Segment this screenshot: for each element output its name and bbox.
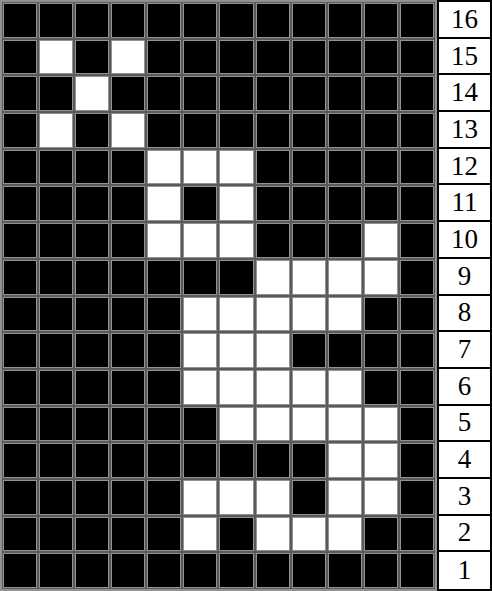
- cell-r4-c11[interactable]: [365, 444, 397, 477]
- cell-r14-c6[interactable]: [184, 77, 216, 110]
- cell-r12-c6[interactable]: [184, 151, 216, 184]
- row-label-7: 7: [439, 332, 490, 369]
- cell-r9-c7[interactable]: [220, 261, 252, 294]
- cell-r16-c1[interactable]: [4, 4, 36, 37]
- cell-r9-c12[interactable]: [401, 261, 433, 294]
- cell-r4-c7[interactable]: [220, 444, 252, 477]
- cell-r11-c6[interactable]: [184, 187, 216, 220]
- cell-r3-c8[interactable]: [257, 481, 289, 514]
- cell-r3-c5[interactable]: [148, 481, 180, 514]
- cell-r4-c9[interactable]: [293, 444, 325, 477]
- cell-r11-c12[interactable]: [401, 187, 433, 220]
- cell-r13-c6[interactable]: [184, 114, 216, 147]
- cell-r2-c9[interactable]: [293, 518, 325, 551]
- cell-r6-c2[interactable]: [40, 371, 72, 404]
- cell-r4-c12[interactable]: [401, 444, 433, 477]
- cell-r2-c1[interactable]: [4, 518, 36, 551]
- cell-r1-c9[interactable]: [293, 554, 325, 587]
- cell-r12-c9[interactable]: [293, 151, 325, 184]
- cell-r14-c12[interactable]: [401, 77, 433, 110]
- cell-r9-c5[interactable]: [148, 261, 180, 294]
- cell-r15-c12[interactable]: [401, 41, 433, 74]
- cell-r6-c4[interactable]: [112, 371, 144, 404]
- cell-r10-c5[interactable]: [148, 224, 180, 257]
- cell-r5-c8[interactable]: [257, 408, 289, 441]
- cell-r3-c10[interactable]: [329, 481, 361, 514]
- cell-r7-c1[interactable]: [4, 334, 36, 367]
- cell-r14-c8[interactable]: [257, 77, 289, 110]
- cell-r5-c2[interactable]: [40, 408, 72, 441]
- cell-r8-c6[interactable]: [184, 298, 216, 331]
- cell-r7-c10[interactable]: [329, 334, 361, 367]
- cell-r4-c3[interactable]: [76, 444, 108, 477]
- cell-r3-c7[interactable]: [220, 481, 252, 514]
- cell-r13-c9[interactable]: [293, 114, 325, 147]
- row-label-column: 16151413121110987654321: [437, 0, 492, 591]
- cell-r13-c1[interactable]: [4, 114, 36, 147]
- row-label-11: 11: [439, 185, 490, 222]
- cell-r4-c5[interactable]: [148, 444, 180, 477]
- cell-r3-c3[interactable]: [76, 481, 108, 514]
- cell-r1-c5[interactable]: [148, 554, 180, 587]
- cell-r14-c7[interactable]: [220, 77, 252, 110]
- cell-r8-c8[interactable]: [257, 298, 289, 331]
- cell-r12-c3[interactable]: [76, 151, 108, 184]
- cell-r15-c11[interactable]: [365, 41, 397, 74]
- cell-r6-c9[interactable]: [293, 371, 325, 404]
- cell-r8-c10[interactable]: [329, 298, 361, 331]
- cell-r11-c1[interactable]: [4, 187, 36, 220]
- cell-r7-c3[interactable]: [76, 334, 108, 367]
- row-label-6: 6: [439, 369, 490, 406]
- cell-r4-c2[interactable]: [40, 444, 72, 477]
- cell-r15-c2[interactable]: [40, 41, 72, 74]
- cell-r5-c3[interactable]: [76, 408, 108, 441]
- cell-r5-c5[interactable]: [148, 408, 180, 441]
- cell-r3-c2[interactable]: [40, 481, 72, 514]
- cell-r8-c11[interactable]: [365, 298, 397, 331]
- cell-r8-c5[interactable]: [148, 298, 180, 331]
- cell-r6-c11[interactable]: [365, 371, 397, 404]
- cell-r14-c10[interactable]: [329, 77, 361, 110]
- cell-r16-c2[interactable]: [40, 4, 72, 37]
- cell-r12-c10[interactable]: [329, 151, 361, 184]
- cell-r8-c7[interactable]: [220, 298, 252, 331]
- cell-r11-c11[interactable]: [365, 187, 397, 220]
- cell-r9-c2[interactable]: [40, 261, 72, 294]
- cell-r16-c7[interactable]: [220, 4, 252, 37]
- cell-r6-c12[interactable]: [401, 371, 433, 404]
- cell-r5-c4[interactable]: [112, 408, 144, 441]
- cell-r5-c7[interactable]: [220, 408, 252, 441]
- row-label-4: 4: [439, 442, 490, 479]
- row-label-15: 15: [439, 39, 490, 76]
- cell-r6-c8[interactable]: [257, 371, 289, 404]
- cell-r14-c5[interactable]: [148, 77, 180, 110]
- cell-r16-c3[interactable]: [76, 4, 108, 37]
- cell-r5-c1[interactable]: [4, 408, 36, 441]
- row-label-3: 3: [439, 479, 490, 516]
- cell-r13-c11[interactable]: [365, 114, 397, 147]
- cell-r11-c4[interactable]: [112, 187, 144, 220]
- cell-r16-c11[interactable]: [365, 4, 397, 37]
- row-label-2: 2: [439, 516, 490, 553]
- cell-r7-c12[interactable]: [401, 334, 433, 367]
- cell-r1-c12[interactable]: [401, 554, 433, 587]
- cell-r4-c10[interactable]: [329, 444, 361, 477]
- cell-r13-c8[interactable]: [257, 114, 289, 147]
- cell-r2-c2[interactable]: [40, 518, 72, 551]
- cell-r7-c8[interactable]: [257, 334, 289, 367]
- cell-r2-c4[interactable]: [112, 518, 144, 551]
- cell-r15-c7[interactable]: [220, 41, 252, 74]
- cell-r1-c4[interactable]: [112, 554, 144, 587]
- cell-r1-c11[interactable]: [365, 554, 397, 587]
- cell-r13-c5[interactable]: [148, 114, 180, 147]
- cell-r2-c12[interactable]: [401, 518, 433, 551]
- cell-r1-c2[interactable]: [40, 554, 72, 587]
- cell-r7-c6[interactable]: [184, 334, 216, 367]
- cell-r10-c3[interactable]: [76, 224, 108, 257]
- puzzle-board: 16151413121110987654321: [0, 0, 492, 591]
- cell-r3-c12[interactable]: [401, 481, 433, 514]
- cell-r1-c7[interactable]: [220, 554, 252, 587]
- cell-r14-c2[interactable]: [40, 77, 72, 110]
- cell-r1-c1[interactable]: [4, 554, 36, 587]
- cell-r7-c9[interactable]: [293, 334, 325, 367]
- cell-r1-c3[interactable]: [76, 554, 108, 587]
- cell-r13-c3[interactable]: [76, 114, 108, 147]
- cell-r16-c5[interactable]: [148, 4, 180, 37]
- cell-r9-c6[interactable]: [184, 261, 216, 294]
- cell-r1-c8[interactable]: [257, 554, 289, 587]
- cell-r13-c10[interactable]: [329, 114, 361, 147]
- pixel-grid: [0, 0, 437, 591]
- cell-r6-c10[interactable]: [329, 371, 361, 404]
- cell-r7-c5[interactable]: [148, 334, 180, 367]
- cell-r2-c11[interactable]: [365, 518, 397, 551]
- cell-r6-c6[interactable]: [184, 371, 216, 404]
- cell-r4-c4[interactable]: [112, 444, 144, 477]
- cell-r10-c2[interactable]: [40, 224, 72, 257]
- cell-r5-c10[interactable]: [329, 408, 361, 441]
- cell-r15-c1[interactable]: [4, 41, 36, 74]
- cell-r15-c4[interactable]: [112, 41, 144, 74]
- cell-r9-c9[interactable]: [293, 261, 325, 294]
- cell-r11-c9[interactable]: [293, 187, 325, 220]
- cell-r8-c1[interactable]: [4, 298, 36, 331]
- row-label-1: 1: [439, 552, 490, 589]
- cell-r15-c6[interactable]: [184, 41, 216, 74]
- cell-r6-c3[interactable]: [76, 371, 108, 404]
- cell-r2-c3[interactable]: [76, 518, 108, 551]
- cell-r13-c12[interactable]: [401, 114, 433, 147]
- cell-r15-c3[interactable]: [76, 41, 108, 74]
- cell-r10-c10[interactable]: [329, 224, 361, 257]
- cell-r11-c8[interactable]: [257, 187, 289, 220]
- cell-r12-c2[interactable]: [40, 151, 72, 184]
- cell-r14-c1[interactable]: [4, 77, 36, 110]
- cell-r2-c6[interactable]: [184, 518, 216, 551]
- row-label-12: 12: [439, 149, 490, 186]
- cell-r2-c10[interactable]: [329, 518, 361, 551]
- cell-r8-c12[interactable]: [401, 298, 433, 331]
- cell-r16-c10[interactable]: [329, 4, 361, 37]
- cell-r12-c12[interactable]: [401, 151, 433, 184]
- cell-r6-c1[interactable]: [4, 371, 36, 404]
- cell-r11-c7[interactable]: [220, 187, 252, 220]
- cell-r13-c7[interactable]: [220, 114, 252, 147]
- cell-r11-c5[interactable]: [148, 187, 180, 220]
- row-label-16: 16: [439, 2, 490, 39]
- cell-r13-c2[interactable]: [40, 114, 72, 147]
- cell-r4-c6[interactable]: [184, 444, 216, 477]
- cell-r15-c8[interactable]: [257, 41, 289, 74]
- cell-r3-c6[interactable]: [184, 481, 216, 514]
- row-label-5: 5: [439, 406, 490, 443]
- row-label-9: 9: [439, 259, 490, 296]
- row-label-14: 14: [439, 75, 490, 112]
- cell-r10-c11[interactable]: [365, 224, 397, 257]
- cell-r9-c11[interactable]: [365, 261, 397, 294]
- cell-r9-c10[interactable]: [329, 261, 361, 294]
- cell-r2-c7[interactable]: [220, 518, 252, 551]
- cell-r12-c11[interactable]: [365, 151, 397, 184]
- cell-r8-c9[interactable]: [293, 298, 325, 331]
- cell-r14-c4[interactable]: [112, 77, 144, 110]
- cell-r4-c1[interactable]: [4, 444, 36, 477]
- cell-r7-c7[interactable]: [220, 334, 252, 367]
- cell-r12-c1[interactable]: [4, 151, 36, 184]
- cell-r5-c12[interactable]: [401, 408, 433, 441]
- cell-r8-c4[interactable]: [112, 298, 144, 331]
- cell-r16-c12[interactable]: [401, 4, 433, 37]
- cell-r2-c8[interactable]: [257, 518, 289, 551]
- cell-r8-c2[interactable]: [40, 298, 72, 331]
- cell-r10-c6[interactable]: [184, 224, 216, 257]
- cell-r7-c11[interactable]: [365, 334, 397, 367]
- cell-r14-c9[interactable]: [293, 77, 325, 110]
- cell-r3-c9[interactable]: [293, 481, 325, 514]
- cell-r9-c4[interactable]: [112, 261, 144, 294]
- cell-r12-c8[interactable]: [257, 151, 289, 184]
- cell-r11-c3[interactable]: [76, 187, 108, 220]
- cell-r16-c4[interactable]: [112, 4, 144, 37]
- cell-r9-c1[interactable]: [4, 261, 36, 294]
- cell-r10-c7[interactable]: [220, 224, 252, 257]
- cell-r2-c5[interactable]: [148, 518, 180, 551]
- cell-r11-c10[interactable]: [329, 187, 361, 220]
- cell-r15-c9[interactable]: [293, 41, 325, 74]
- cell-r3-c4[interactable]: [112, 481, 144, 514]
- cell-r15-c5[interactable]: [148, 41, 180, 74]
- cell-r9-c8[interactable]: [257, 261, 289, 294]
- cell-r6-c5[interactable]: [148, 371, 180, 404]
- row-label-13: 13: [439, 112, 490, 149]
- cell-r6-c7[interactable]: [220, 371, 252, 404]
- cell-r4-c8[interactable]: [257, 444, 289, 477]
- cell-r3-c1[interactable]: [4, 481, 36, 514]
- cell-r9-c3[interactable]: [76, 261, 108, 294]
- cell-r7-c2[interactable]: [40, 334, 72, 367]
- cell-r12-c4[interactable]: [112, 151, 144, 184]
- cell-r12-c5[interactable]: [148, 151, 180, 184]
- cell-r5-c6[interactable]: [184, 408, 216, 441]
- cell-r10-c12[interactable]: [401, 224, 433, 257]
- cell-r1-c6[interactable]: [184, 554, 216, 587]
- cell-r10-c4[interactable]: [112, 224, 144, 257]
- row-label-10: 10: [439, 222, 490, 259]
- cell-r16-c6[interactable]: [184, 4, 216, 37]
- cell-r14-c3[interactable]: [76, 77, 108, 110]
- cell-r14-c11[interactable]: [365, 77, 397, 110]
- cell-r16-c9[interactable]: [293, 4, 325, 37]
- cell-r8-c3[interactable]: [76, 298, 108, 331]
- cell-r13-c4[interactable]: [112, 114, 144, 147]
- cell-r5-c9[interactable]: [293, 408, 325, 441]
- cell-r11-c2[interactable]: [40, 187, 72, 220]
- cell-r5-c11[interactable]: [365, 408, 397, 441]
- cell-r10-c8[interactable]: [257, 224, 289, 257]
- cell-r15-c10[interactable]: [329, 41, 361, 74]
- cell-r7-c4[interactable]: [112, 334, 144, 367]
- cell-r10-c9[interactable]: [293, 224, 325, 257]
- cell-r12-c7[interactable]: [220, 151, 252, 184]
- cell-r3-c11[interactable]: [365, 481, 397, 514]
- row-label-8: 8: [439, 296, 490, 333]
- cell-r10-c1[interactable]: [4, 224, 36, 257]
- cell-r16-c8[interactable]: [257, 4, 289, 37]
- cell-r1-c10[interactable]: [329, 554, 361, 587]
